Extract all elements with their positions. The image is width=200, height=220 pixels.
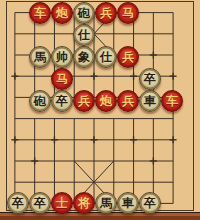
- xiangqi-piece-black[interactable]: 卒: [29, 192, 51, 214]
- xiangqi-piece-black[interactable]: 帅: [51, 46, 73, 68]
- xiangqi-piece-red[interactable]: 马: [117, 2, 139, 24]
- xiangqi-piece-black[interactable]: 馬: [95, 192, 117, 214]
- board-bottom-edge: [0, 212, 200, 220]
- xiangqi-piece-black[interactable]: 卒: [51, 90, 73, 112]
- xiangqi-piece-red[interactable]: 车: [29, 2, 51, 24]
- xiangqi-piece-red[interactable]: 兵: [95, 2, 117, 24]
- xiangqi-piece-black[interactable]: 馬: [29, 46, 51, 68]
- xiangqi-board[interactable]: 车炮砲兵马仕馬帅象仕兵马卒砲卒兵炮兵車车卒卒士将馬車卒: [0, 0, 200, 220]
- xiangqi-piece-red[interactable]: 士: [51, 192, 73, 214]
- xiangqi-piece-black[interactable]: 車: [117, 192, 139, 214]
- xiangqi-piece-black[interactable]: 仕: [73, 24, 95, 46]
- xiangqi-piece-black[interactable]: 仕: [95, 46, 117, 68]
- xiangqi-piece-black[interactable]: 卒: [139, 192, 161, 214]
- xiangqi-piece-black[interactable]: 卒: [7, 192, 29, 214]
- xiangqi-piece-red[interactable]: 车: [161, 90, 183, 112]
- xiangqi-piece-red[interactable]: 兵: [117, 46, 139, 68]
- xiangqi-piece-black[interactable]: 砲: [73, 2, 95, 24]
- xiangqi-piece-red[interactable]: 兵: [73, 90, 95, 112]
- xiangqi-piece-red[interactable]: 炮: [95, 90, 117, 112]
- piece-grid[interactable]: 车炮砲兵马仕馬帅象仕兵马卒砲卒兵炮兵車车卒卒士将馬車卒: [5, 2, 183, 214]
- xiangqi-piece-red[interactable]: 马: [51, 68, 73, 90]
- xiangqi-piece-black[interactable]: 卒: [139, 68, 161, 90]
- xiangqi-piece-red[interactable]: 兵: [117, 90, 139, 112]
- xiangqi-piece-red[interactable]: 炮: [51, 2, 73, 24]
- xiangqi-piece-red[interactable]: 将: [73, 192, 95, 214]
- xiangqi-piece-black[interactable]: 車: [139, 90, 161, 112]
- xiangqi-piece-black[interactable]: 砲: [29, 90, 51, 112]
- xiangqi-piece-black[interactable]: 象: [73, 46, 95, 68]
